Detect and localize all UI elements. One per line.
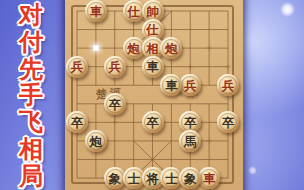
title-char: 手: [19, 82, 43, 107]
star-point-mark: ✛: [206, 136, 213, 145]
piece-black-soldier[interactable]: 卒: [142, 111, 164, 133]
piece-character: 車: [203, 172, 216, 185]
piece-character: 仕: [127, 5, 140, 18]
piece-red-soldier[interactable]: 兵: [104, 56, 126, 78]
title-char: 对: [19, 2, 43, 27]
star-point-mark: ✛: [111, 118, 118, 127]
sparkle-icon: [248, 166, 257, 175]
piece-black-chariot[interactable]: 車: [142, 56, 164, 78]
piece-character: 炮: [127, 42, 140, 55]
piece-character: 卒: [109, 98, 122, 111]
piece-character: 仕: [146, 24, 159, 37]
star-point-mark: ✛: [206, 44, 213, 53]
last-move-origin-marker: [93, 45, 99, 51]
piece-red-soldier[interactable]: 兵: [66, 56, 88, 78]
piece-red-cannon[interactable]: 炮: [160, 37, 182, 59]
piece-character: 士: [165, 172, 178, 185]
title-char: 飞: [19, 109, 43, 134]
piece-red-chariot[interactable]: 車: [198, 167, 220, 189]
sparkle-icon: [280, 2, 295, 17]
piece-red-soldier[interactable]: 兵: [217, 74, 239, 96]
piece-character: 帥: [146, 5, 159, 18]
piece-character: 車: [165, 79, 178, 92]
piece-black-horse[interactable]: 馬: [179, 130, 201, 152]
title-text: 对付先手飞相局: [6, 0, 56, 190]
piece-character: 将: [146, 172, 159, 185]
piece-character: 兵: [184, 79, 197, 92]
piece-red-soldier[interactable]: 兵: [179, 74, 201, 96]
piece-black-cannon[interactable]: 炮: [85, 130, 107, 152]
piece-character: 卒: [146, 117, 159, 130]
piece-character: 卒: [71, 117, 84, 130]
piece-black-chariot[interactable]: 車: [160, 74, 182, 96]
piece-character: 馬: [184, 135, 197, 148]
piece-character: 車: [146, 61, 159, 74]
piece-character: 相: [146, 42, 159, 55]
piece-character: 炮: [90, 135, 103, 148]
piece-black-elephant[interactable]: 象: [179, 167, 201, 189]
title-char: 局: [19, 163, 43, 188]
piece-character: 象: [109, 172, 122, 185]
piece-character: 士: [127, 172, 140, 185]
piece-character: 卒: [184, 117, 197, 130]
piece-character: 卒: [222, 117, 235, 130]
title-char: 付: [19, 29, 43, 54]
star-point-mark: ✛: [225, 62, 232, 71]
star-point-mark: ✛: [187, 62, 194, 71]
piece-black-soldier[interactable]: 卒: [66, 111, 88, 133]
xiangqi-board[interactable]: 楚河 漢界 ✛✛✛✛✛✛✛✛✛✛✛✛✛✛ 車仕帥仕炮相炮兵兵兵兵車車車卒卒卒卒卒…: [65, 0, 243, 190]
piece-black-soldier[interactable]: 卒: [217, 111, 239, 133]
piece-character: 象: [184, 172, 197, 185]
piece-character: 兵: [71, 61, 84, 74]
piece-black-soldier[interactable]: 卒: [104, 93, 126, 115]
title-char: 先: [19, 56, 43, 81]
piece-character: 炮: [165, 42, 178, 55]
video-thumbnail: 对付先手飞相局 楚河 漢界 ✛✛✛✛✛✛✛✛✛✛✛✛✛✛ 車仕帥仕炮相炮兵兵兵兵…: [0, 0, 304, 190]
piece-character: 兵: [222, 79, 235, 92]
piece-character: 兵: [109, 61, 122, 74]
piece-red-chariot[interactable]: 車: [85, 0, 107, 22]
title-char: 相: [19, 136, 43, 161]
piece-character: 車: [90, 5, 103, 18]
